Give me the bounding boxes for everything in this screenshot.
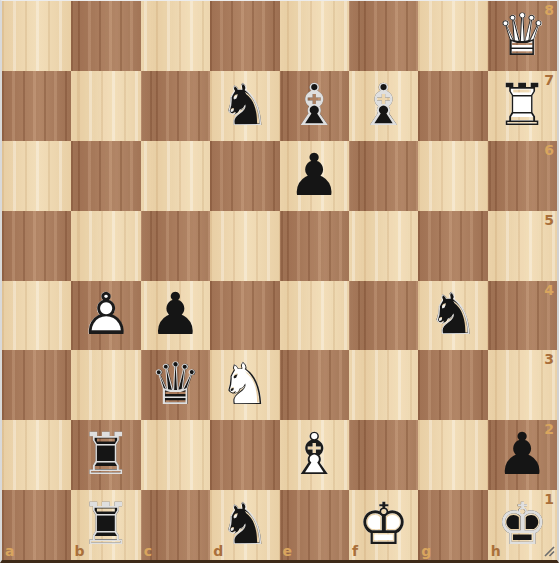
square-c8[interactable] xyxy=(141,1,210,71)
file-label-c: c xyxy=(144,544,152,558)
square-h6[interactable]: 6 xyxy=(488,141,557,211)
square-e4[interactable] xyxy=(280,281,349,351)
square-d4[interactable] xyxy=(210,281,279,351)
square-b7[interactable] xyxy=(71,71,140,141)
piece-white-knight[interactable]: ♞♘ xyxy=(210,350,279,420)
board-grid: ♛♕8♞♘♝♗♝♗♜♖7♟65♟♙♟♞♘4♛♕♞♘3♜♖♝♗♟2a♜♖bc♞♘d… xyxy=(0,0,559,563)
square-g5[interactable] xyxy=(418,211,487,281)
square-e8[interactable] xyxy=(280,1,349,71)
file-label-f: f xyxy=(352,544,358,558)
file-label-e: e xyxy=(283,544,293,558)
square-h3[interactable]: 3 xyxy=(488,350,557,420)
square-a8[interactable] xyxy=(2,1,71,71)
file-label-h: h xyxy=(491,544,501,558)
square-f5[interactable] xyxy=(349,211,418,281)
square-f2[interactable] xyxy=(349,420,418,490)
square-g4[interactable]: ♞♘ xyxy=(418,281,487,351)
rank-label-5: 5 xyxy=(544,213,554,227)
square-h2[interactable]: ♟2 xyxy=(488,420,557,490)
square-b6[interactable] xyxy=(71,141,140,211)
square-g2[interactable] xyxy=(418,420,487,490)
square-b2[interactable]: ♜♖ xyxy=(71,420,140,490)
piece-black-bishop[interactable]: ♝♗ xyxy=(280,71,349,141)
piece-white-bishop[interactable]: ♝♗ xyxy=(280,420,349,490)
rank-label-2: 2 xyxy=(544,422,554,436)
square-a5[interactable] xyxy=(2,211,71,281)
file-label-d: d xyxy=(213,544,223,558)
square-g3[interactable] xyxy=(418,350,487,420)
piece-black-knight[interactable]: ♞♘ xyxy=(418,281,487,351)
square-g1[interactable]: g xyxy=(418,490,487,560)
square-d3[interactable]: ♞♘ xyxy=(210,350,279,420)
piece-black-bishop[interactable]: ♝♗ xyxy=(349,71,418,141)
square-f7[interactable]: ♝♗ xyxy=(349,71,418,141)
square-c5[interactable] xyxy=(141,211,210,281)
square-c3[interactable]: ♛♕ xyxy=(141,350,210,420)
square-a2[interactable] xyxy=(2,420,71,490)
piece-black-knight[interactable]: ♞♘ xyxy=(210,71,279,141)
rank-label-3: 3 xyxy=(544,352,554,366)
square-e6[interactable]: ♟ xyxy=(280,141,349,211)
square-b5[interactable] xyxy=(71,211,140,281)
square-a3[interactable] xyxy=(2,350,71,420)
square-f4[interactable] xyxy=(349,281,418,351)
square-d2[interactable] xyxy=(210,420,279,490)
square-b8[interactable] xyxy=(71,1,140,71)
square-d5[interactable] xyxy=(210,211,279,281)
square-h5[interactable]: 5 xyxy=(488,211,557,281)
square-d7[interactable]: ♞♘ xyxy=(210,71,279,141)
square-c6[interactable] xyxy=(141,141,210,211)
chess-board: ♛♕8♞♘♝♗♝♗♜♖7♟65♟♙♟♞♘4♛♕♞♘3♜♖♝♗♟2a♜♖bc♞♘d… xyxy=(0,0,559,563)
square-g7[interactable] xyxy=(418,71,487,141)
file-label-g: g xyxy=(421,544,431,558)
square-e3[interactable] xyxy=(280,350,349,420)
square-e2[interactable]: ♝♗ xyxy=(280,420,349,490)
square-h4[interactable]: 4 xyxy=(488,281,557,351)
file-label-b: b xyxy=(74,544,84,558)
square-f8[interactable] xyxy=(349,1,418,71)
piece-black-rook[interactable]: ♜♖ xyxy=(71,420,140,490)
square-h8[interactable]: ♛♕8 xyxy=(488,1,557,71)
square-a6[interactable] xyxy=(2,141,71,211)
rank-label-8: 8 xyxy=(544,3,554,17)
square-c2[interactable] xyxy=(141,420,210,490)
rank-label-7: 7 xyxy=(544,73,554,87)
square-d1[interactable]: ♞♘d xyxy=(210,490,279,560)
square-e5[interactable] xyxy=(280,211,349,281)
square-b3[interactable] xyxy=(71,350,140,420)
square-e1[interactable]: e xyxy=(280,490,349,560)
rank-label-6: 6 xyxy=(544,143,554,157)
square-h7[interactable]: ♜♖7 xyxy=(488,71,557,141)
piece-black-pawn[interactable]: ♟ xyxy=(280,141,349,211)
square-f3[interactable] xyxy=(349,350,418,420)
square-a7[interactable] xyxy=(2,71,71,141)
square-f1[interactable]: ♚♔f xyxy=(349,490,418,560)
square-e7[interactable]: ♝♗ xyxy=(280,71,349,141)
square-c1[interactable]: c xyxy=(141,490,210,560)
square-g8[interactable] xyxy=(418,1,487,71)
piece-black-queen[interactable]: ♛♕ xyxy=(141,350,210,420)
square-b1[interactable]: ♜♖b xyxy=(71,490,140,560)
rank-label-1: 1 xyxy=(544,492,554,506)
resize-grip-icon[interactable] xyxy=(542,544,555,557)
square-g6[interactable] xyxy=(418,141,487,211)
piece-white-king[interactable]: ♚♔ xyxy=(349,490,418,560)
square-d8[interactable] xyxy=(210,1,279,71)
square-a1[interactable]: a xyxy=(2,490,71,560)
square-a4[interactable] xyxy=(2,281,71,351)
rank-label-4: 4 xyxy=(544,283,554,297)
piece-black-pawn[interactable]: ♟ xyxy=(141,281,210,351)
square-d6[interactable] xyxy=(210,141,279,211)
square-c7[interactable] xyxy=(141,71,210,141)
square-c4[interactable]: ♟ xyxy=(141,281,210,351)
square-b4[interactable]: ♟♙ xyxy=(71,281,140,351)
square-f6[interactable] xyxy=(349,141,418,211)
file-label-a: a xyxy=(5,544,14,558)
piece-white-pawn[interactable]: ♟♙ xyxy=(71,281,140,351)
